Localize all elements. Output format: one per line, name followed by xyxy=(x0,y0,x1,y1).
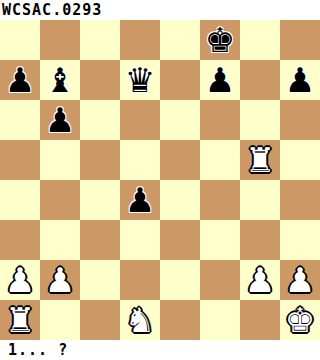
square-a5[interactable] xyxy=(0,140,40,180)
square-f1[interactable] xyxy=(200,300,240,340)
square-d8[interactable] xyxy=(120,20,160,60)
square-h2[interactable]: ♟ xyxy=(280,260,320,300)
white-rook: ♜ xyxy=(245,140,275,180)
square-h8[interactable] xyxy=(280,20,320,60)
square-a4[interactable] xyxy=(0,180,40,220)
square-f8[interactable]: ♚ xyxy=(200,20,240,60)
black-pawn: ♟ xyxy=(285,60,315,100)
square-d6[interactable] xyxy=(120,100,160,140)
square-d7[interactable]: ♛ xyxy=(120,60,160,100)
square-e5[interactable] xyxy=(160,140,200,180)
title-bar: WCSAC.0293 xyxy=(0,0,320,20)
white-king: ♚ xyxy=(285,300,315,340)
white-pawn: ♟ xyxy=(5,260,35,300)
square-a1[interactable]: ♜ xyxy=(0,300,40,340)
black-pawn: ♟ xyxy=(5,60,35,100)
square-b3[interactable] xyxy=(40,220,80,260)
square-f2[interactable] xyxy=(200,260,240,300)
square-h3[interactable] xyxy=(280,220,320,260)
square-h1[interactable]: ♚ xyxy=(280,300,320,340)
square-b2[interactable]: ♟ xyxy=(40,260,80,300)
square-f5[interactable] xyxy=(200,140,240,180)
square-e8[interactable] xyxy=(160,20,200,60)
square-d2[interactable] xyxy=(120,260,160,300)
black-king: ♚ xyxy=(205,20,235,60)
square-e2[interactable] xyxy=(160,260,200,300)
white-knight: ♞ xyxy=(125,300,155,340)
white-pawn: ♟ xyxy=(285,260,315,300)
move-prompt: 1... ? xyxy=(8,341,68,359)
square-b6[interactable]: ♟ xyxy=(40,100,80,140)
square-h6[interactable] xyxy=(280,100,320,140)
square-h7[interactable]: ♟ xyxy=(280,60,320,100)
square-a3[interactable] xyxy=(0,220,40,260)
square-g7[interactable] xyxy=(240,60,280,100)
square-c8[interactable] xyxy=(80,20,120,60)
square-a6[interactable] xyxy=(0,100,40,140)
square-b8[interactable] xyxy=(40,20,80,60)
black-bishop: ♝ xyxy=(45,60,75,100)
square-e3[interactable] xyxy=(160,220,200,260)
square-d3[interactable] xyxy=(120,220,160,260)
square-g5[interactable]: ♜ xyxy=(240,140,280,180)
square-f6[interactable] xyxy=(200,100,240,140)
square-d1[interactable]: ♞ xyxy=(120,300,160,340)
square-h5[interactable] xyxy=(280,140,320,180)
black-queen: ♛ xyxy=(125,60,155,100)
black-pawn: ♟ xyxy=(125,180,155,220)
square-a2[interactable]: ♟ xyxy=(0,260,40,300)
square-c3[interactable] xyxy=(80,220,120,260)
white-pawn: ♟ xyxy=(245,260,275,300)
square-g8[interactable] xyxy=(240,20,280,60)
white-rook: ♜ xyxy=(5,300,35,340)
white-pawn: ♟ xyxy=(45,260,75,300)
square-c5[interactable] xyxy=(80,140,120,180)
square-g4[interactable] xyxy=(240,180,280,220)
square-b7[interactable]: ♝ xyxy=(40,60,80,100)
square-c4[interactable] xyxy=(80,180,120,220)
square-e7[interactable] xyxy=(160,60,200,100)
square-e1[interactable] xyxy=(160,300,200,340)
square-b5[interactable] xyxy=(40,140,80,180)
square-a8[interactable] xyxy=(0,20,40,60)
square-d4[interactable]: ♟ xyxy=(120,180,160,220)
square-g3[interactable] xyxy=(240,220,280,260)
square-g2[interactable]: ♟ xyxy=(240,260,280,300)
square-f7[interactable]: ♟ xyxy=(200,60,240,100)
square-c6[interactable] xyxy=(80,100,120,140)
square-d5[interactable] xyxy=(120,140,160,180)
square-g1[interactable] xyxy=(240,300,280,340)
square-g6[interactable] xyxy=(240,100,280,140)
puzzle-id: WCSAC.0293 xyxy=(2,1,102,19)
chess-board: ♚♟♝♛♟♟♟♜♟♟♟♟♟♜♞♚ xyxy=(0,20,320,340)
square-a7[interactable]: ♟ xyxy=(0,60,40,100)
square-c1[interactable] xyxy=(80,300,120,340)
square-h4[interactable] xyxy=(280,180,320,220)
square-e4[interactable] xyxy=(160,180,200,220)
square-f3[interactable] xyxy=(200,220,240,260)
square-c2[interactable] xyxy=(80,260,120,300)
black-pawn: ♟ xyxy=(205,60,235,100)
square-c7[interactable] xyxy=(80,60,120,100)
square-f4[interactable] xyxy=(200,180,240,220)
square-e6[interactable] xyxy=(160,100,200,140)
black-pawn: ♟ xyxy=(45,100,75,140)
square-b4[interactable] xyxy=(40,180,80,220)
status-bar: 1... ? xyxy=(0,340,320,360)
square-b1[interactable] xyxy=(40,300,80,340)
